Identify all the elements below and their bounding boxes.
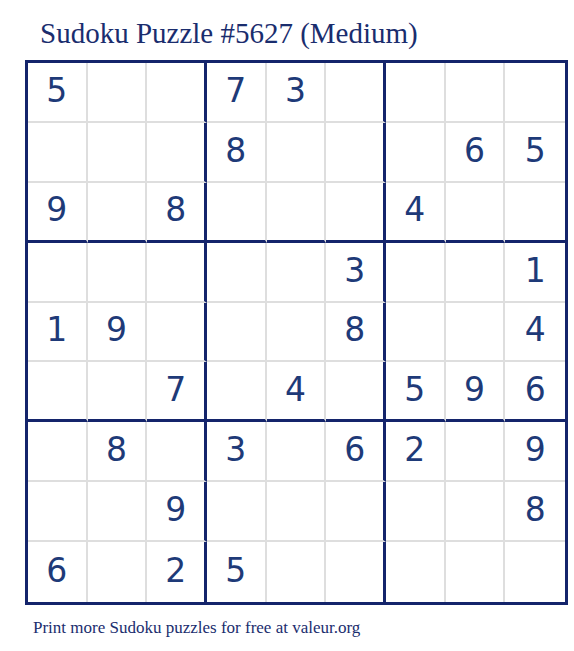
cell-r5c9[interactable]: 4: [505, 303, 565, 363]
cell-r6c9[interactable]: 6: [505, 362, 565, 422]
cell-r9c5[interactable]: [267, 542, 327, 602]
cell-r3c7[interactable]: 4: [386, 183, 446, 243]
cell-r9c8[interactable]: [446, 542, 506, 602]
cell-r4c7[interactable]: [386, 243, 446, 303]
cell-r6c2[interactable]: [88, 362, 148, 422]
cell-r8c8[interactable]: [446, 482, 506, 542]
cell-r3c5[interactable]: [267, 183, 327, 243]
page-title: Sudoku Puzzle #5627 (Medium): [40, 19, 418, 48]
cell-r4c4[interactable]: [207, 243, 267, 303]
cell-r8c3[interactable]: 9: [147, 482, 207, 542]
cell-r1c9[interactable]: [505, 63, 565, 123]
footer-text: Print more Sudoku puzzles for free at va…: [33, 618, 360, 638]
cell-r2c7[interactable]: [386, 123, 446, 183]
cell-r9c6[interactable]: [326, 542, 386, 602]
cell-r3c8[interactable]: [446, 183, 506, 243]
cell-r6c5[interactable]: 4: [267, 362, 327, 422]
cell-r4c6[interactable]: 3: [326, 243, 386, 303]
cell-r6c7[interactable]: 5: [386, 362, 446, 422]
cell-r1c5[interactable]: 3: [267, 63, 327, 123]
cell-r3c2[interactable]: [88, 183, 148, 243]
cell-r5c7[interactable]: [386, 303, 446, 363]
cell-r5c3[interactable]: [147, 303, 207, 363]
cell-r4c9[interactable]: 1: [505, 243, 565, 303]
cell-r7c7[interactable]: 2: [386, 422, 446, 482]
cell-r6c4[interactable]: [207, 362, 267, 422]
cell-r7c8[interactable]: [446, 422, 506, 482]
cell-r3c4[interactable]: [207, 183, 267, 243]
cell-r1c3[interactable]: [147, 63, 207, 123]
cell-r8c4[interactable]: [207, 482, 267, 542]
cell-r5c4[interactable]: [207, 303, 267, 363]
cell-r7c5[interactable]: [267, 422, 327, 482]
cell-r9c3[interactable]: 2: [147, 542, 207, 602]
cell-r7c4[interactable]: 3: [207, 422, 267, 482]
cell-r9c2[interactable]: [88, 542, 148, 602]
cell-r8c6[interactable]: [326, 482, 386, 542]
cell-r1c2[interactable]: [88, 63, 148, 123]
cell-r5c2[interactable]: 9: [88, 303, 148, 363]
cell-r5c1[interactable]: 1: [28, 303, 88, 363]
cell-r5c6[interactable]: 8: [326, 303, 386, 363]
cell-r3c6[interactable]: [326, 183, 386, 243]
cell-r9c4[interactable]: 5: [207, 542, 267, 602]
cell-r1c7[interactable]: [386, 63, 446, 123]
cell-r8c9[interactable]: 8: [505, 482, 565, 542]
cell-r6c8[interactable]: 9: [446, 362, 506, 422]
cell-r7c9[interactable]: 9: [505, 422, 565, 482]
cell-r2c9[interactable]: 5: [505, 123, 565, 183]
cell-r4c3[interactable]: [147, 243, 207, 303]
cell-r2c4[interactable]: 8: [207, 123, 267, 183]
cell-r7c3[interactable]: [147, 422, 207, 482]
cell-r7c2[interactable]: 8: [88, 422, 148, 482]
cell-r4c1[interactable]: [28, 243, 88, 303]
cell-r1c4[interactable]: 7: [207, 63, 267, 123]
cell-r2c5[interactable]: [267, 123, 327, 183]
cell-r6c6[interactable]: [326, 362, 386, 422]
cell-r2c1[interactable]: [28, 123, 88, 183]
cell-r4c2[interactable]: [88, 243, 148, 303]
cell-r9c7[interactable]: [386, 542, 446, 602]
cell-r8c1[interactable]: [28, 482, 88, 542]
cell-r4c5[interactable]: [267, 243, 327, 303]
cell-r3c3[interactable]: 8: [147, 183, 207, 243]
cell-r9c1[interactable]: 6: [28, 542, 88, 602]
sudoku-page: Sudoku Puzzle #5627 (Medium) 57386598431…: [0, 0, 574, 651]
cell-r5c8[interactable]: [446, 303, 506, 363]
cell-r1c8[interactable]: [446, 63, 506, 123]
cell-r2c3[interactable]: [147, 123, 207, 183]
cell-r7c6[interactable]: 6: [326, 422, 386, 482]
cell-r2c8[interactable]: 6: [446, 123, 506, 183]
cell-r1c1[interactable]: 5: [28, 63, 88, 123]
cell-r4c8[interactable]: [446, 243, 506, 303]
cell-r9c9[interactable]: [505, 542, 565, 602]
cell-r8c5[interactable]: [267, 482, 327, 542]
cell-r3c9[interactable]: [505, 183, 565, 243]
sudoku-board: 573865984311984745968362998625: [25, 60, 568, 605]
cell-r6c1[interactable]: [28, 362, 88, 422]
cell-r8c7[interactable]: [386, 482, 446, 542]
cell-r2c6[interactable]: [326, 123, 386, 183]
cell-r3c1[interactable]: 9: [28, 183, 88, 243]
cell-r7c1[interactable]: [28, 422, 88, 482]
cell-r5c5[interactable]: [267, 303, 327, 363]
cell-r6c3[interactable]: 7: [147, 362, 207, 422]
cell-r2c2[interactable]: [88, 123, 148, 183]
cell-r1c6[interactable]: [326, 63, 386, 123]
cell-r8c2[interactable]: [88, 482, 148, 542]
